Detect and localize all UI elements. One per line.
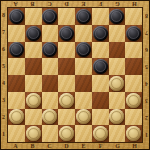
rank-label-right-1: 1 [143,126,150,143]
file-label-bottom-g: G [109,143,126,150]
rank-labels-left: 87654321 [0,7,7,143]
dark-piece-f7[interactable] [93,26,108,41]
dark-piece-g8[interactable] [109,9,124,24]
square-g6[interactable] [109,42,126,59]
light-piece-g4[interactable] [109,76,124,91]
square-f8[interactable] [92,8,109,25]
rank-label-left-3: 3 [0,92,7,109]
dark-piece-b7[interactable] [26,26,41,41]
square-e4[interactable] [75,75,92,92]
square-d2[interactable] [58,109,75,126]
light-piece-b1[interactable] [26,126,41,141]
rank-label-right-6: 6 [143,41,150,58]
square-h5[interactable] [125,58,142,75]
board [7,7,143,143]
square-d7[interactable] [58,25,75,42]
light-piece-e2[interactable] [76,109,91,124]
square-b3[interactable] [25,92,42,109]
square-e6[interactable] [75,42,92,59]
checkers-app: ABCDEFGH ABCDEFGH 87654321 87654321 [0,0,150,150]
rank-label-right-7: 7 [143,24,150,41]
square-e3[interactable] [75,92,92,109]
rank-label-left-8: 8 [0,7,7,24]
square-c5[interactable] [42,58,59,75]
square-c6[interactable] [42,42,59,59]
dark-piece-e8[interactable] [76,9,91,24]
file-label-top-c: C [41,0,58,7]
square-h1[interactable] [125,125,142,142]
file-label-bottom-f: F [92,143,109,150]
square-g1[interactable] [109,125,126,142]
square-h2[interactable] [125,109,142,126]
square-a2[interactable] [8,109,25,126]
square-d5[interactable] [58,58,75,75]
square-e1[interactable] [75,125,92,142]
dark-piece-h7[interactable] [126,26,141,41]
square-f6[interactable] [92,42,109,59]
dark-piece-f5[interactable] [93,59,108,74]
light-piece-d3[interactable] [59,93,74,108]
light-piece-b3[interactable] [26,93,41,108]
square-b4[interactable] [25,75,42,92]
file-labels-top: ABCDEFGH [7,0,143,7]
light-piece-f1[interactable] [93,126,108,141]
light-piece-h1[interactable] [126,126,141,141]
square-c3[interactable] [42,92,59,109]
square-e5[interactable] [75,58,92,75]
rank-label-left-4: 4 [0,75,7,92]
rank-label-right-8: 8 [143,7,150,24]
light-piece-c2[interactable] [42,109,57,124]
rank-label-left-1: 1 [0,126,7,143]
rank-label-left-5: 5 [0,58,7,75]
square-a7[interactable] [8,25,25,42]
square-b1[interactable] [25,125,42,142]
square-f2[interactable] [92,109,109,126]
square-c4[interactable] [42,75,59,92]
square-f7[interactable] [92,25,109,42]
rank-label-left-6: 6 [0,41,7,58]
rank-label-left-2: 2 [0,109,7,126]
square-d6[interactable] [58,42,75,59]
square-f1[interactable] [92,125,109,142]
file-label-top-h: H [126,0,143,7]
square-a4[interactable] [8,75,25,92]
rank-label-right-3: 3 [143,92,150,109]
square-b6[interactable] [25,42,42,59]
square-h4[interactable] [125,75,142,92]
file-label-top-e: E [75,0,92,7]
square-d8[interactable] [58,8,75,25]
light-piece-g2[interactable] [109,109,124,124]
square-a5[interactable] [8,58,25,75]
square-g7[interactable] [109,25,126,42]
square-b2[interactable] [25,109,42,126]
square-h6[interactable] [125,42,142,59]
file-label-bottom-d: D [58,143,75,150]
square-a8[interactable] [8,8,25,25]
dark-piece-d7[interactable] [59,26,74,41]
light-piece-a2[interactable] [9,109,24,124]
square-b8[interactable] [25,8,42,25]
file-label-bottom-h: H [126,143,143,150]
file-label-top-b: B [24,0,41,7]
rank-label-right-4: 4 [143,75,150,92]
dark-piece-c6[interactable] [42,42,57,57]
square-b5[interactable] [25,58,42,75]
dark-piece-a8[interactable] [9,9,24,24]
square-c7[interactable] [42,25,59,42]
dark-piece-c8[interactable] [42,9,57,24]
dark-piece-e6[interactable] [76,42,91,57]
light-piece-d1[interactable] [59,126,74,141]
square-e8[interactable] [75,8,92,25]
square-e2[interactable] [75,109,92,126]
square-h3[interactable] [125,92,142,109]
square-d4[interactable] [58,75,75,92]
square-g5[interactable] [109,58,126,75]
square-a1[interactable] [8,125,25,142]
light-piece-h3[interactable] [126,93,141,108]
square-a6[interactable] [8,42,25,59]
square-f3[interactable] [92,92,109,109]
file-label-bottom-c: C [41,143,58,150]
rank-label-left-7: 7 [0,24,7,41]
rank-label-right-5: 5 [143,58,150,75]
square-h7[interactable] [125,25,142,42]
file-label-bottom-a: A [7,143,24,150]
file-label-bottom-e: E [75,143,92,150]
file-labels-bottom: ABCDEFGH [7,143,143,150]
square-c8[interactable] [42,8,59,25]
square-g3[interactable] [109,92,126,109]
dark-piece-a6[interactable] [9,42,24,57]
square-c1[interactable] [42,125,59,142]
file-label-top-d: D [58,0,75,7]
square-d1[interactable] [58,125,75,142]
file-label-top-a: A [7,0,24,7]
square-f4[interactable] [92,75,109,92]
rank-labels-right: 87654321 [143,7,150,143]
square-c2[interactable] [42,109,59,126]
square-d3[interactable] [58,92,75,109]
file-label-top-g: G [109,0,126,7]
file-label-top-f: F [92,0,109,7]
square-f5[interactable] [92,58,109,75]
square-g4[interactable] [109,75,126,92]
square-a3[interactable] [8,92,25,109]
rank-label-right-2: 2 [143,109,150,126]
square-b7[interactable] [25,25,42,42]
square-g2[interactable] [109,109,126,126]
square-e7[interactable] [75,25,92,42]
file-label-bottom-b: B [24,143,41,150]
square-h8[interactable] [125,8,142,25]
square-g8[interactable] [109,8,126,25]
